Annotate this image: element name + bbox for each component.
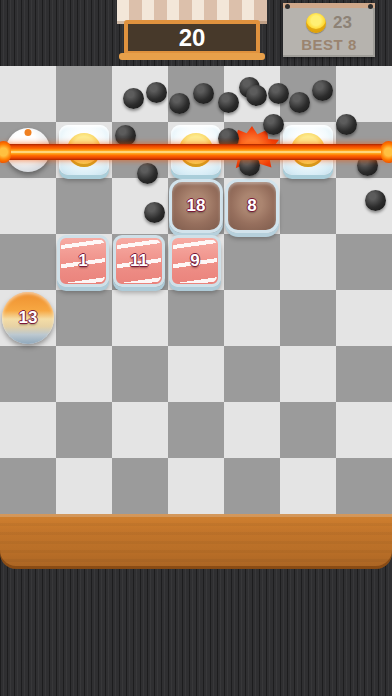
board-cell: [0, 234, 56, 290]
laser-beam: [0, 144, 392, 160]
best-label: BEST: [301, 36, 343, 53]
board-cell: [0, 346, 56, 402]
board-cell: [56, 290, 112, 346]
coins-row: 23: [283, 13, 375, 33]
board-cell: [112, 290, 168, 346]
block-value: 8: [247, 196, 256, 216]
board-cell: [56, 402, 112, 458]
screw-icon: [285, 4, 290, 9]
board-cell: [224, 402, 280, 458]
bacon-block-11: 11: [113, 235, 165, 287]
block-value: 13: [19, 308, 38, 328]
board-cell: [0, 402, 56, 458]
board-cell: [224, 458, 280, 514]
board-cell: [56, 346, 112, 402]
board-cell: [224, 290, 280, 346]
score-sign: 20: [117, 0, 267, 62]
board-cell: [168, 346, 224, 402]
board-cell: [56, 66, 112, 122]
board-cell: 11: [112, 234, 168, 290]
block-value: 11: [130, 251, 148, 271]
board-cell: [280, 402, 336, 458]
board-cell: [168, 66, 224, 122]
board-cell: 1: [56, 234, 112, 290]
board-cell: [224, 234, 280, 290]
cookie-block-18: 18: [169, 179, 223, 233]
board-cell: [336, 290, 392, 346]
board-cell: [336, 402, 392, 458]
board-cell: [168, 458, 224, 514]
board-cell: [112, 458, 168, 514]
board-cell: [336, 234, 392, 290]
board-cell: [112, 66, 168, 122]
board-cell: [280, 346, 336, 402]
bacon-block-9: 9: [169, 235, 221, 287]
board-cell: [112, 402, 168, 458]
board-cell: [224, 346, 280, 402]
board-cell: [280, 178, 336, 234]
bottom-plank: [0, 514, 392, 569]
block-value: 9: [190, 251, 199, 271]
game-screen: 2554188111913 20 23 BEST 8: [0, 0, 392, 696]
board-cell: [336, 178, 392, 234]
screw-icon: [368, 4, 373, 9]
board-cell: 13: [0, 290, 56, 346]
board-cell: [280, 458, 336, 514]
board-cell: [224, 66, 280, 122]
board-cell: [56, 458, 112, 514]
board-cell: [336, 66, 392, 122]
board-cell: [112, 178, 168, 234]
board-cell: [0, 178, 56, 234]
board-cell: [112, 346, 168, 402]
burger-ball-13: 13: [2, 292, 54, 344]
board-cell: [280, 66, 336, 122]
board-cell: [280, 290, 336, 346]
board-cell: [280, 234, 336, 290]
board-cell: [168, 290, 224, 346]
board-cell: 18: [168, 178, 224, 234]
board-cell: [0, 66, 56, 122]
board-cell: 8: [224, 178, 280, 234]
bacon-block-1: 1: [57, 235, 109, 287]
block-value: 1: [78, 251, 87, 271]
board-cell: [56, 178, 112, 234]
board-cell: 9: [168, 234, 224, 290]
score-box: 20: [124, 20, 260, 55]
board-cell: [0, 458, 56, 514]
board-cell: [336, 458, 392, 514]
board-cell: [168, 402, 224, 458]
cookie-block-8: 8: [225, 179, 279, 233]
block-value: 18: [187, 196, 206, 216]
coins-value: 23: [333, 13, 352, 33]
gold-coin-icon: [306, 13, 326, 33]
coin-panel: 23 BEST 8: [283, 3, 375, 57]
board-cell: [336, 346, 392, 402]
score-value: 20: [179, 24, 206, 52]
best-score: BEST 8: [283, 36, 375, 53]
board[interactable]: 2554188111913: [0, 66, 392, 514]
best-value: 8: [348, 36, 357, 53]
